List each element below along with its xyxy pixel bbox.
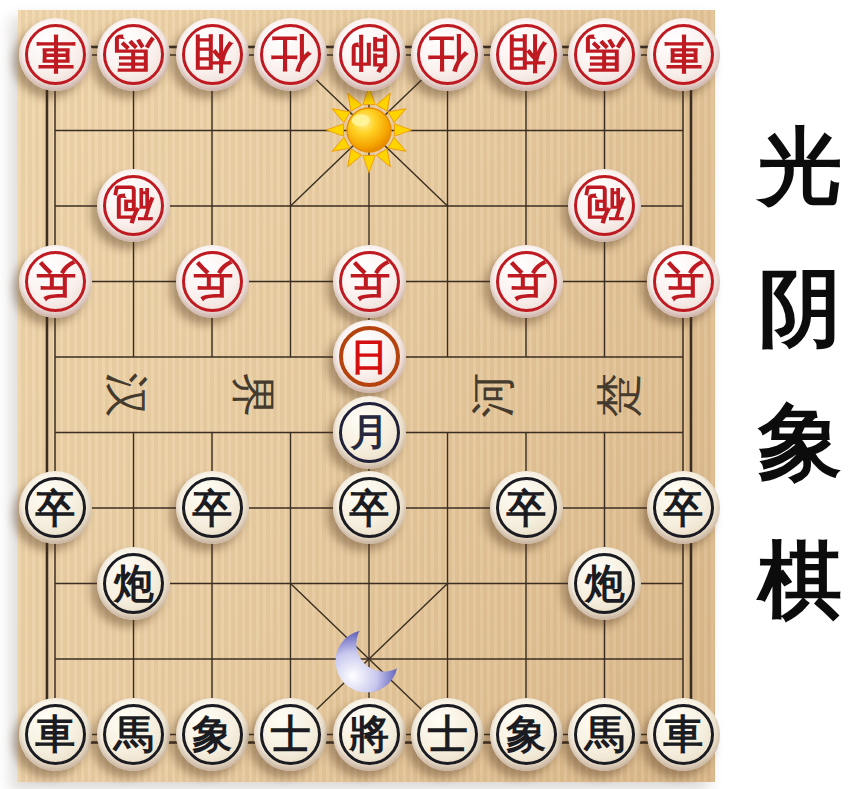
piece-character: 仕 [254, 18, 327, 91]
piece-black-象[interactable]: 象 [490, 698, 563, 771]
title-char-xiang: 象 [752, 394, 848, 490]
piece-character: 馬 [97, 18, 170, 91]
river-label-chu: 楚 [593, 369, 645, 421]
piece-red-車[interactable]: 車 [647, 18, 720, 91]
piece-black-卒[interactable]: 卒 [490, 471, 563, 544]
piece-character: 炮 [568, 547, 641, 620]
piece-character: 車 [19, 698, 92, 771]
piece-character: 卒 [333, 471, 406, 544]
piece-black-卒[interactable]: 卒 [647, 471, 720, 544]
piece-character: 兵 [333, 245, 406, 318]
moon-icon-svg [332, 622, 406, 696]
piece-character: 月 [333, 396, 406, 469]
piece-black-馬[interactable]: 馬 [97, 698, 170, 771]
sun-icon [325, 86, 413, 174]
game-title: 光 阴 象 棋 [752, 0, 848, 789]
piece-red-兵[interactable]: 兵 [333, 245, 406, 318]
piece-red-砲[interactable]: 砲 [568, 169, 641, 242]
piece-character: 象 [176, 698, 249, 771]
piece-black-卒[interactable]: 卒 [176, 471, 249, 544]
xiangqi-board: 汉 界 河 楚 車馬相仕帥仕相馬車砲砲兵兵兵兵兵日月卒卒卒卒卒炮炮車馬象士將士象… [18, 10, 715, 782]
piece-black-象[interactable]: 象 [176, 698, 249, 771]
piece-character: 馬 [97, 698, 170, 771]
piece-black-炮[interactable]: 炮 [97, 547, 170, 620]
piece-character: 兵 [647, 245, 720, 318]
piece-red-相[interactable]: 相 [176, 18, 249, 91]
piece-character: 兵 [490, 245, 563, 318]
piece-black-炮[interactable]: 炮 [568, 547, 641, 620]
title-char-qi: 棋 [752, 532, 848, 628]
piece-red-仕[interactable]: 仕 [254, 18, 327, 91]
sun-icon-svg [325, 86, 413, 174]
piece-character: 馬 [568, 698, 641, 771]
piece-character: 將 [333, 698, 406, 771]
piece-character: 兵 [176, 245, 249, 318]
piece-character: 卒 [19, 471, 92, 544]
moon-icon [332, 622, 406, 696]
piece-character: 砲 [97, 169, 170, 242]
piece-black-士[interactable]: 士 [254, 698, 327, 771]
title-char-guang: 光 [752, 118, 848, 214]
piece-black-moon[interactable]: 月 [333, 396, 406, 469]
piece-character: 象 [490, 698, 563, 771]
piece-red-砲[interactable]: 砲 [97, 169, 170, 242]
piece-black-車[interactable]: 車 [19, 698, 92, 771]
piece-black-將[interactable]: 將 [333, 698, 406, 771]
piece-black-馬[interactable]: 馬 [568, 698, 641, 771]
piece-red-車[interactable]: 車 [19, 18, 92, 91]
piece-character: 卒 [176, 471, 249, 544]
piece-character: 相 [176, 18, 249, 91]
piece-black-車[interactable]: 車 [647, 698, 720, 771]
page: 汉 界 河 楚 車馬相仕帥仕相馬車砲砲兵兵兵兵兵日月卒卒卒卒卒炮炮車馬象士將士象… [0, 0, 861, 789]
piece-character: 車 [647, 698, 720, 771]
title-char-yin: 阴 [752, 260, 848, 356]
piece-red-兵[interactable]: 兵 [647, 245, 720, 318]
piece-character: 日 [333, 320, 406, 393]
piece-character: 士 [254, 698, 327, 771]
piece-character: 車 [19, 18, 92, 91]
piece-character: 相 [490, 18, 563, 91]
piece-character: 砲 [568, 169, 641, 242]
piece-character: 馬 [568, 18, 641, 91]
piece-character: 車 [647, 18, 720, 91]
piece-character: 士 [411, 698, 484, 771]
piece-red-馬[interactable]: 馬 [97, 18, 170, 91]
piece-character: 帥 [333, 18, 406, 91]
piece-red-兵[interactable]: 兵 [19, 245, 92, 318]
piece-black-卒[interactable]: 卒 [19, 471, 92, 544]
piece-character: 卒 [490, 471, 563, 544]
river-label-han: 汉 [100, 369, 152, 421]
piece-character: 卒 [647, 471, 720, 544]
piece-red-兵[interactable]: 兵 [176, 245, 249, 318]
piece-red-相[interactable]: 相 [490, 18, 563, 91]
piece-red-仕[interactable]: 仕 [411, 18, 484, 91]
river-label-he: 河 [467, 369, 519, 421]
piece-character: 仕 [411, 18, 484, 91]
piece-red-馬[interactable]: 馬 [568, 18, 641, 91]
piece-character: 兵 [19, 245, 92, 318]
piece-black-卒[interactable]: 卒 [333, 471, 406, 544]
river-label-jie: 界 [227, 369, 279, 421]
piece-red-帥[interactable]: 帥 [333, 18, 406, 91]
piece-red-兵[interactable]: 兵 [490, 245, 563, 318]
piece-character: 炮 [97, 547, 170, 620]
piece-black-士[interactable]: 士 [411, 698, 484, 771]
piece-red-sun[interactable]: 日 [333, 320, 406, 393]
